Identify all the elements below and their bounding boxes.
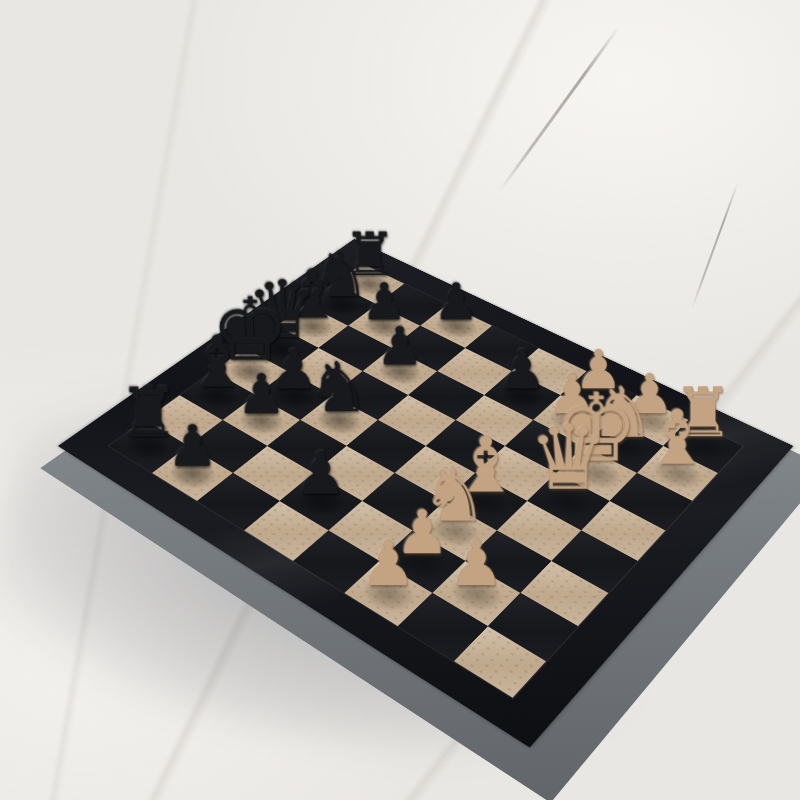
piece-black-pawn[interactable]: ♟ <box>325 277 443 325</box>
rook-glyph: ♜ <box>343 227 396 284</box>
piece-contact-shadow <box>252 330 312 367</box>
piece-black-knight[interactable]: ♞ <box>283 245 399 304</box>
queen-glyph: ♛ <box>246 272 317 348</box>
square-b7[interactable]: ♟ <box>348 304 420 348</box>
square-b6[interactable] <box>319 326 392 371</box>
square-c7[interactable] <box>392 326 465 371</box>
piece-contact-shadow <box>220 352 281 391</box>
piece-contact-shadow <box>263 375 326 415</box>
pawn-glyph: ♟ <box>361 277 407 325</box>
piece-black-rook[interactable]: ♜ <box>313 227 427 284</box>
piece-contact-shadow <box>186 375 249 415</box>
piece-black-bishop[interactable]: ♝ <box>253 262 371 326</box>
square-d7[interactable] <box>437 348 512 395</box>
square-b8[interactable] <box>377 284 448 326</box>
camera-skew: ♜♟♟♟♜♞♟♟♟♞♝♝♟♚♛♛♚♟♞♝♝♟♞♟♟♟♜♟♟ <box>0 0 800 800</box>
piece-black-bishop[interactable]: ♝ <box>155 328 280 396</box>
pawn-glyph: ♟ <box>433 277 479 325</box>
pawn-glyph: ♟ <box>270 344 318 395</box>
square-c5[interactable] <box>332 371 408 420</box>
pawn-glyph: ♟ <box>167 419 218 473</box>
bishop-glyph: ♝ <box>282 262 342 326</box>
piece-black-pawn[interactable]: ♟ <box>253 446 388 501</box>
square-d6[interactable] <box>408 371 484 420</box>
piece-black-queen[interactable]: ♛ <box>222 272 342 348</box>
piece-contact-shadow <box>369 352 430 391</box>
piece-contact-shadow <box>355 308 414 344</box>
piece-contact-shadow <box>427 308 486 344</box>
square-c4[interactable]: ♞ <box>300 395 378 446</box>
bishop-glyph: ♝ <box>186 328 250 396</box>
piece-black-king[interactable]: ♚ <box>189 289 312 371</box>
piece-contact-shadow <box>341 267 398 300</box>
piece-black-pawn[interactable]: ♟ <box>126 419 259 473</box>
square-a7[interactable]: ♞ <box>306 284 377 326</box>
piece-black-knight[interactable]: ♞ <box>275 355 402 420</box>
pawn-glyph: ♟ <box>376 321 423 371</box>
square-a6[interactable]: ♝ <box>276 304 348 348</box>
square-b5[interactable] <box>288 348 363 395</box>
square-b4[interactable]: ♟ <box>256 371 332 420</box>
chessboard: ♜♟♟♟♜♞♟♟♟♞♝♝♟♚♛♛♚♟♞♝♝♟♞♟♟♟♜♟♟ <box>58 239 793 748</box>
scene: ♜♟♟♟♜♞♟♟♟♞♝♝♟♚♛♛♚♟♞♝♝♟♞♟♟♟♜♟♟ <box>0 0 800 800</box>
pawn-glyph: ♟ <box>237 368 286 420</box>
knight-glyph: ♞ <box>313 245 369 304</box>
piece-contact-shadow <box>312 287 370 322</box>
square-a8[interactable]: ♜ <box>335 264 404 305</box>
pawn-glyph: ♟ <box>360 534 416 593</box>
square-a4[interactable]: ♚ <box>213 348 288 395</box>
square-c6[interactable]: ♟ <box>362 348 437 395</box>
king-glyph: ♚ <box>211 289 289 371</box>
piece-black-pawn[interactable]: ♟ <box>231 344 356 395</box>
square-d8[interactable] <box>465 326 538 371</box>
square-c8[interactable]: ♟ <box>420 304 492 348</box>
piece-contact-shadow <box>307 400 371 442</box>
pawn-glyph: ♟ <box>295 446 347 501</box>
piece-black-pawn[interactable]: ♟ <box>339 321 462 371</box>
square-a5[interactable]: ♛ <box>245 326 318 371</box>
piece-black-pawn[interactable]: ♟ <box>397 277 515 325</box>
knight-glyph: ♞ <box>308 355 370 420</box>
piece-coral-pawn[interactable]: ♟ <box>316 534 460 593</box>
piece-contact-shadow <box>283 308 342 344</box>
